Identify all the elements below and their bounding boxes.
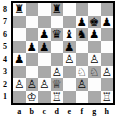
file-label-c: c	[38, 106, 51, 117]
square-e2	[63, 78, 76, 91]
square-g3: ♘	[88, 66, 101, 79]
square-f7: ♟	[76, 16, 89, 29]
square-c4	[38, 53, 51, 66]
square-h3: ♙	[101, 66, 114, 79]
square-f3: ♘	[76, 66, 89, 79]
square-a4: ♟	[13, 53, 26, 66]
square-e4: ♙	[63, 53, 76, 66]
black-bishop: ♝	[64, 28, 74, 40]
square-d6: ♛	[51, 28, 64, 41]
square-b2: ♙	[26, 78, 39, 91]
square-d1: ♖	[51, 91, 64, 104]
square-a8: ♜	[13, 3, 26, 16]
square-h7: ♟	[101, 16, 114, 29]
white-pawn: ♙	[102, 66, 112, 78]
square-d2: ♕	[51, 78, 64, 91]
rank-label-3: 3	[0, 66, 10, 79]
white-pawn: ♙	[89, 53, 99, 65]
square-h8	[101, 3, 114, 16]
square-g1	[88, 91, 101, 104]
square-h4	[101, 53, 114, 66]
file-label-a: a	[13, 106, 26, 117]
rank-label-5: 5	[0, 41, 10, 54]
square-f2: ♙	[76, 78, 89, 91]
black-king: ♚	[89, 16, 99, 28]
square-h2	[101, 78, 114, 91]
square-d7	[51, 16, 64, 29]
square-a2: ♙	[13, 78, 26, 91]
file-label-d: d	[51, 106, 64, 117]
white-pawn: ♙	[39, 78, 49, 90]
black-pawn: ♟	[14, 53, 24, 65]
square-b3	[26, 66, 39, 79]
file-label-e: e	[63, 106, 76, 117]
square-e6: ♝	[63, 28, 76, 41]
square-d4	[51, 53, 64, 66]
square-c8	[38, 3, 51, 16]
square-h5	[101, 41, 114, 54]
rank-label-1: 1	[0, 91, 10, 104]
square-b4	[26, 53, 39, 66]
square-b8	[26, 3, 39, 16]
square-g6: ♟	[88, 28, 101, 41]
white-king: ♔	[27, 91, 37, 103]
square-e5: ♟	[63, 41, 76, 54]
file-label-b: b	[26, 106, 39, 117]
white-pawn: ♙	[14, 78, 24, 90]
square-e8	[63, 3, 76, 16]
square-c2: ♙	[38, 78, 51, 91]
white-rook: ♖	[102, 91, 112, 103]
square-g4: ♙	[88, 53, 101, 66]
square-c5: ♟	[38, 41, 51, 54]
white-queen: ♕	[52, 78, 62, 90]
square-e3	[63, 66, 76, 79]
black-rook: ♜	[52, 3, 62, 15]
white-knight: ♘	[77, 66, 87, 78]
square-a5	[13, 41, 26, 54]
black-pawn: ♟	[39, 41, 49, 53]
square-d3: ♙	[51, 66, 64, 79]
square-d8: ♜	[51, 3, 64, 16]
square-g7: ♚	[88, 16, 101, 29]
rank-label-4: 4	[0, 53, 10, 66]
file-labels: abcdefgh	[13, 106, 113, 117]
rank-label-2: 2	[0, 78, 10, 91]
square-b7	[26, 16, 39, 29]
square-g2	[88, 78, 101, 91]
square-f4	[76, 53, 89, 66]
rank-label-6: 6	[0, 28, 10, 41]
square-h6	[101, 28, 114, 41]
black-pawn: ♟	[77, 16, 87, 28]
black-knight: ♞	[77, 28, 87, 40]
square-h1: ♖	[101, 91, 114, 104]
square-e7	[63, 16, 76, 29]
black-rook: ♜	[14, 3, 24, 15]
square-f6: ♞	[76, 28, 89, 41]
square-c6: ♟	[38, 28, 51, 41]
white-pawn: ♙	[27, 78, 37, 90]
white-pawn: ♙	[77, 78, 87, 90]
square-g5	[88, 41, 101, 54]
white-pawn: ♙	[52, 66, 62, 78]
rank-labels: 87654321	[0, 3, 10, 103]
chess-board: ♜♜♟♚♟♟♛♝♞♟♟♟♟♟♙♙♙♘♘♙♙♙♙♕♙♔♖♖	[11, 1, 115, 105]
square-c1	[38, 91, 51, 104]
square-a7	[13, 16, 26, 29]
rank-label-7: 7	[0, 16, 10, 29]
file-label-h: h	[101, 106, 114, 117]
black-pawn: ♟	[27, 41, 37, 53]
white-rook: ♖	[52, 91, 62, 103]
square-f8	[76, 3, 89, 16]
rank-label-8: 8	[0, 3, 10, 16]
white-pawn: ♙	[64, 53, 74, 65]
black-queen: ♛	[52, 28, 62, 40]
black-pawn: ♟	[64, 41, 74, 53]
chess-diagram: 87654321 ♜♜♟♚♟♟♛♝♞♟♟♟♟♟♙♙♙♘♘♙♙♙♙♕♙♔♖♖ ab…	[0, 0, 118, 118]
black-pawn: ♟	[89, 28, 99, 40]
square-g8	[88, 3, 101, 16]
square-c3	[38, 66, 51, 79]
file-label-f: f	[76, 106, 89, 117]
square-a1	[13, 91, 26, 104]
square-b5: ♟	[26, 41, 39, 54]
square-b1: ♔	[26, 91, 39, 104]
square-d5	[51, 41, 64, 54]
square-a3	[13, 66, 26, 79]
black-pawn: ♟	[102, 16, 112, 28]
square-a6	[13, 28, 26, 41]
square-c7	[38, 16, 51, 29]
square-b6	[26, 28, 39, 41]
square-f1	[76, 91, 89, 104]
file-label-g: g	[88, 106, 101, 117]
white-knight: ♘	[89, 66, 99, 78]
black-pawn: ♟	[39, 28, 49, 40]
square-e1	[63, 91, 76, 104]
square-f5	[76, 41, 89, 54]
